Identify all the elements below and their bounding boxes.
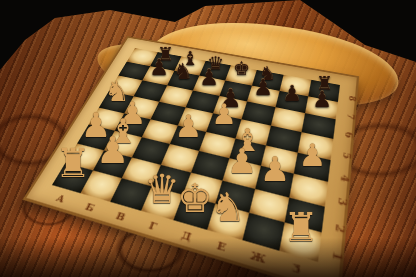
table-front-shadow [0, 238, 416, 277]
piece-black-pawn-f7[interactable]: ♟ [249, 77, 277, 99]
piece-white-rook-a1[interactable]: ♜ [50, 143, 96, 183]
piece-white-pawn-h4[interactable]: ♟ [294, 140, 331, 171]
piece-black-pawn-h7[interactable]: ♟ [308, 89, 336, 111]
piece-white-knight-f1[interactable]: ♞ [205, 187, 251, 227]
piece-black-pawn-g7[interactable]: ♟ [278, 83, 306, 105]
chess-table-photo: АБВГДЕЖЗ12345678 ♚♛♜♜♝♝♞♞♟♟♟♟♟♟♟♟♚♛♜♜♝♞♞… [0, 0, 416, 277]
piece-white-pawn-d4[interactable]: ♟ [170, 111, 207, 142]
piece-black-king-e8[interactable]: ♚ [229, 59, 254, 78]
piece-white-pawn-b2[interactable]: ♟ [91, 132, 134, 169]
piece-white-pawn-g3[interactable]: ♟ [255, 152, 295, 186]
piece-white-rook-h1[interactable]: ♜ [278, 207, 324, 247]
piece-black-knight-c7[interactable]: ♞ [169, 61, 197, 83]
